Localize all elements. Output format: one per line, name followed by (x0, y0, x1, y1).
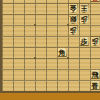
rook-glyph: 飛 (92, 70, 99, 80)
star-point (34, 24, 36, 26)
pawn-glyph: 歩 (92, 36, 99, 46)
table-background: と金王銀歩歩歩歩角飛香 (0, 0, 100, 100)
pawn-glyph: 歩 (70, 25, 77, 35)
bishop-glyph: 角 (59, 48, 66, 58)
lance-glyph: 香 (92, 81, 99, 91)
king-glyph: 王 (81, 3, 88, 13)
star-point (34, 57, 36, 59)
star-point (67, 57, 69, 59)
silver-glyph: 銀 (70, 14, 77, 24)
shogi-board[interactable] (0, 0, 100, 93)
pawn-glyph: 歩 (81, 37, 88, 47)
pawn-glyph: 歩 (81, 14, 88, 24)
gold-glyph: 金 (70, 3, 77, 13)
piece-1a-tokin[interactable]: と (90, 0, 100, 2)
